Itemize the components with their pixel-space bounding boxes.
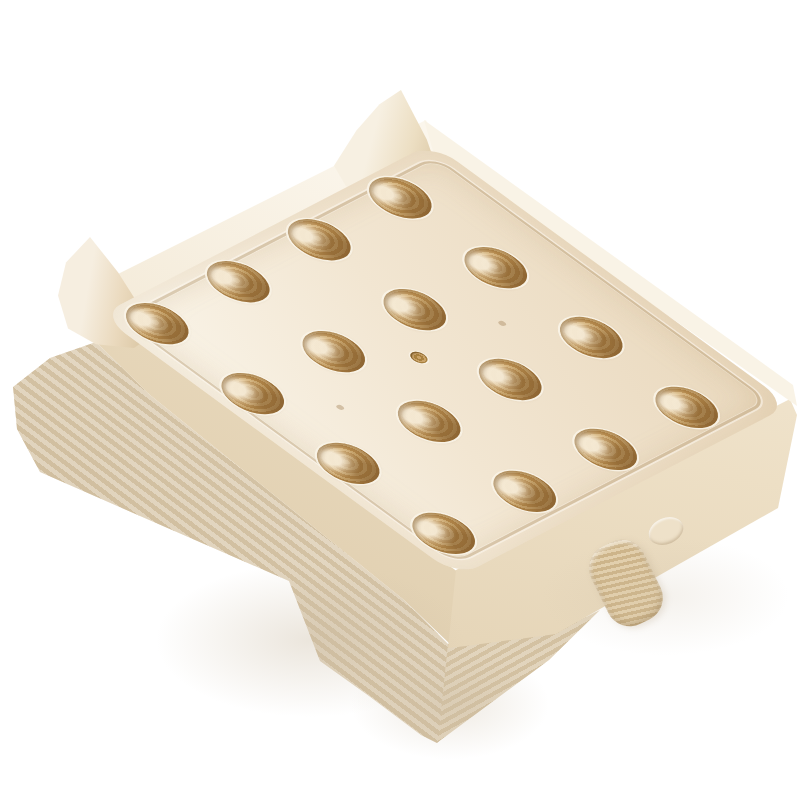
- drop-shadow-right: [540, 536, 790, 656]
- drop-shadow-corner: [350, 648, 550, 760]
- product-photo-stage: [0, 0, 808, 808]
